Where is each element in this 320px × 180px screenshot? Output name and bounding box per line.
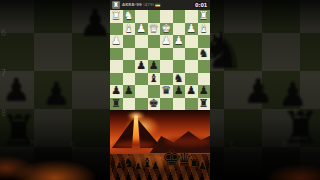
square-a8[interactable]: ♜	[198, 98, 211, 111]
square-f8[interactable]	[135, 98, 148, 111]
square-f7[interactable]	[135, 85, 148, 98]
square-f2[interactable]: ♟	[135, 23, 148, 36]
square-e3[interactable]	[148, 35, 161, 48]
artwork-pawn-silhouette-icon: ♟	[198, 161, 207, 171]
square-c7[interactable]: ♟	[173, 85, 186, 98]
white-rook-avatar-icon: ♜	[113, 2, 119, 9]
opponent-name-area: AKRB-99 (479)	[122, 0, 184, 10]
square-f1[interactable]	[135, 10, 148, 23]
square-h4[interactable]	[110, 48, 123, 61]
artwork-knight-silhouette-icon: ♞	[123, 156, 135, 169]
opponent-username: AKRB-99	[122, 3, 142, 8]
square-c5[interactable]	[173, 60, 186, 73]
black-pawn-piece[interactable]: ♟	[148, 60, 161, 73]
white-bishop-piece[interactable]: ♝	[123, 23, 136, 36]
square-b5[interactable]	[185, 60, 198, 73]
opponent-clock: 0:01	[193, 2, 208, 8]
square-g7[interactable]: ♟	[123, 85, 136, 98]
square-d4[interactable]	[160, 48, 173, 61]
square-a7[interactable]: ♟	[198, 85, 211, 98]
video-frame: bcgh876♜♟♟♞♜♟♟♟ ♜ AKRB-99 (479) 0:01 ♜♞♜…	[0, 0, 320, 180]
flag-icon	[155, 3, 160, 6]
square-h1[interactable]: ♜	[110, 10, 123, 23]
square-a3[interactable]	[198, 35, 211, 48]
black-queen-piece[interactable]: ♛	[160, 85, 173, 98]
black-bishop-piece[interactable]: ♝	[148, 73, 161, 86]
black-pawn-piece[interactable]: ♟	[135, 60, 148, 73]
square-c8[interactable]	[173, 98, 186, 111]
white-pawn-piece[interactable]: ♟	[173, 35, 186, 48]
square-c3[interactable]: ♟	[173, 35, 186, 48]
square-f6[interactable]	[135, 73, 148, 86]
black-pawn-piece[interactable]: ♟	[198, 85, 211, 98]
white-pawn-piece[interactable]: ♟	[135, 23, 148, 36]
square-e2[interactable]: ♛	[148, 23, 161, 36]
square-g8[interactable]	[123, 98, 136, 111]
square-d7[interactable]: ♛	[160, 85, 173, 98]
square-g1[interactable]: ♞	[123, 10, 136, 23]
black-rook-piece[interactable]: ♜	[110, 98, 123, 111]
square-d1[interactable]	[160, 10, 173, 23]
square-a2[interactable]: ♝	[198, 23, 211, 36]
black-pawn-piece[interactable]: ♟	[173, 85, 186, 98]
square-f5[interactable]: ♟	[135, 60, 148, 73]
black-pawn-piece[interactable]: ♟	[123, 85, 136, 98]
square-g4[interactable]	[123, 48, 136, 61]
cloud-icon	[113, 141, 155, 149]
square-h7[interactable]: ♟	[110, 85, 123, 98]
opponent-info-bar: ♜ AKRB-99 (479) 0:01	[110, 0, 210, 10]
square-h5[interactable]	[110, 60, 123, 73]
square-a5[interactable]	[198, 60, 211, 73]
black-king-piece[interactable]: ♚	[148, 98, 161, 111]
black-pawn-piece[interactable]: ♟	[110, 85, 123, 98]
eruption-glow-icon	[127, 111, 145, 121]
square-e1[interactable]	[148, 10, 161, 23]
square-d3[interactable]: ♟	[160, 35, 173, 48]
artwork-pawn-silhouette-icon: ♟	[151, 161, 160, 171]
game-screen: ♜ AKRB-99 (479) 0:01 ♜♞♜♝♟♛♚♟♝♟♟♟♞♟♟♝♞♟♟…	[110, 0, 210, 180]
white-knight-piece[interactable]: ♞	[123, 10, 136, 23]
white-pawn-piece[interactable]: ♟	[110, 35, 123, 48]
square-d5[interactable]	[160, 60, 173, 73]
white-pawn-piece[interactable]: ♟	[160, 35, 173, 48]
square-g5[interactable]	[123, 60, 136, 73]
square-b4[interactable]	[185, 48, 198, 61]
black-rook-piece[interactable]: ♜	[198, 98, 211, 111]
square-e6[interactable]: ♝	[148, 73, 161, 86]
chess-board[interactable]: ♜♞♜♝♟♛♚♟♝♟♟♟♞♟♟♝♞♟♟♛♟♟♟♜♚♜	[110, 10, 210, 110]
white-rook-piece[interactable]: ♜	[110, 10, 123, 23]
square-d8[interactable]	[160, 98, 173, 111]
square-e8[interactable]: ♚	[148, 98, 161, 111]
square-b2[interactable]: ♟	[185, 23, 198, 36]
black-knight-piece[interactable]: ♞	[198, 48, 211, 61]
white-queen-piece[interactable]: ♛	[148, 23, 161, 36]
square-b1[interactable]	[185, 10, 198, 23]
square-b3[interactable]	[185, 35, 198, 48]
square-g2[interactable]: ♝	[123, 23, 136, 36]
square-a1[interactable]: ♜	[198, 10, 211, 23]
square-e5[interactable]: ♟	[148, 60, 161, 73]
square-e7[interactable]	[148, 85, 161, 98]
white-bishop-piece[interactable]: ♝	[198, 23, 211, 36]
square-c1[interactable]	[173, 10, 186, 23]
square-b7[interactable]: ♟	[185, 85, 198, 98]
opponent-rating: (479)	[143, 3, 154, 8]
artwork-pawn-silhouette-icon: ♟	[115, 161, 123, 170]
opponent-avatar[interactable]: ♜	[112, 1, 120, 9]
square-h8[interactable]: ♜	[110, 98, 123, 111]
square-g3[interactable]	[123, 35, 136, 48]
white-rook-piece[interactable]: ♜	[198, 10, 211, 23]
volcano-artwork: ♟♞♟♝♟♚♛♜♟	[110, 110, 210, 180]
black-pawn-piece[interactable]: ♟	[185, 85, 198, 98]
white-pawn-piece[interactable]: ♟	[185, 23, 198, 36]
square-f3[interactable]	[135, 35, 148, 48]
square-c4[interactable]	[173, 48, 186, 61]
square-a4[interactable]: ♞	[198, 48, 211, 61]
square-b8[interactable]	[185, 98, 198, 111]
cloud-icon	[165, 137, 210, 146]
square-h3[interactable]: ♟	[110, 35, 123, 48]
